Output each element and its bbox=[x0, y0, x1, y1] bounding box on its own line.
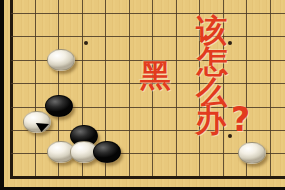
caption-side-label-black: 黑 bbox=[140, 60, 171, 91]
white-stone-marked bbox=[23, 111, 51, 133]
black-stone bbox=[93, 141, 121, 163]
left-letterbox-bar bbox=[0, 0, 4, 190]
white-stone bbox=[238, 142, 266, 164]
board-left-edge-line bbox=[10, 0, 13, 179]
board-vertical-line bbox=[129, 0, 130, 179]
caption-char-ban: 办 bbox=[195, 105, 226, 136]
star-point bbox=[84, 41, 88, 45]
star-point bbox=[228, 41, 232, 45]
board-bottom-edge-line bbox=[11, 176, 285, 179]
board-vertical-line bbox=[35, 0, 36, 179]
white-stone bbox=[47, 49, 75, 71]
board-vertical-line bbox=[270, 0, 271, 179]
bottom-letterbox-bar bbox=[0, 187, 285, 190]
board-horizontal-line bbox=[11, 36, 285, 37]
go-board-frame: 黑 该 怎 么 办 ? bbox=[0, 0, 285, 190]
caption-question-mark: ? bbox=[231, 103, 250, 136]
board-vertical-line bbox=[176, 0, 177, 179]
black-stone bbox=[45, 95, 73, 117]
board-horizontal-line bbox=[11, 13, 285, 14]
caption-char-gai: 该 bbox=[196, 15, 227, 46]
caption-char-zen: 怎 bbox=[197, 46, 228, 77]
